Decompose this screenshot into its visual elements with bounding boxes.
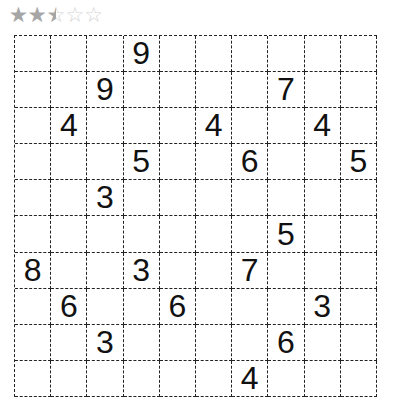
- cell-r9c4[interactable]: [124, 325, 160, 361]
- cell-r7c5[interactable]: [160, 253, 196, 289]
- cell-r2c2[interactable]: [51, 72, 87, 108]
- cell-r6c5[interactable]: [160, 216, 196, 252]
- star-icon: ☆★: [84, 3, 103, 27]
- cell-r9c3[interactable]: 3: [87, 325, 123, 361]
- cell-r6c6[interactable]: [196, 216, 232, 252]
- cell-r9c9[interactable]: [305, 325, 341, 361]
- cell-r8c5[interactable]: 6: [160, 289, 196, 325]
- cell-r6c4[interactable]: [124, 216, 160, 252]
- cell-r10c3[interactable]: [87, 361, 123, 397]
- cell-r1c5[interactable]: [160, 36, 196, 72]
- cell-r9c5[interactable]: [160, 325, 196, 361]
- star-icon: ☆★: [65, 3, 84, 27]
- cell-r10c6[interactable]: [196, 361, 232, 397]
- cell-r4c5[interactable]: [160, 144, 196, 180]
- cell-r3c9[interactable]: 4: [305, 108, 341, 144]
- cell-r10c9[interactable]: [305, 361, 341, 397]
- cell-r3c1[interactable]: [15, 108, 51, 144]
- cell-r2c3[interactable]: 9: [87, 72, 123, 108]
- cell-r2c5[interactable]: [160, 72, 196, 108]
- cell-r5c6[interactable]: [196, 180, 232, 216]
- cell-r9c7[interactable]: [232, 325, 268, 361]
- cell-r3c8[interactable]: [268, 108, 304, 144]
- cell-r4c1[interactable]: [15, 144, 51, 180]
- cell-r6c10[interactable]: [341, 216, 377, 252]
- cell-r10c1[interactable]: [15, 361, 51, 397]
- cell-r8c1[interactable]: [15, 289, 51, 325]
- cell-r9c8[interactable]: 6: [268, 325, 304, 361]
- cell-r2c9[interactable]: [305, 72, 341, 108]
- cell-r5c10[interactable]: [341, 180, 377, 216]
- cell-r5c7[interactable]: [232, 180, 268, 216]
- cell-r3c3[interactable]: [87, 108, 123, 144]
- cell-r3c2[interactable]: 4: [51, 108, 87, 144]
- cell-r8c7[interactable]: [232, 289, 268, 325]
- cell-r4c3[interactable]: [87, 144, 123, 180]
- cell-r4c6[interactable]: [196, 144, 232, 180]
- cell-r1c9[interactable]: [305, 36, 341, 72]
- cell-r7c2[interactable]: [51, 253, 87, 289]
- cell-r5c1[interactable]: [15, 180, 51, 216]
- cell-r8c10[interactable]: [341, 289, 377, 325]
- cell-r2c10[interactable]: [341, 72, 377, 108]
- cell-r6c9[interactable]: [305, 216, 341, 252]
- cell-r8c6[interactable]: [196, 289, 232, 325]
- cell-r7c3[interactable]: [87, 253, 123, 289]
- cell-r1c2[interactable]: [51, 36, 87, 72]
- cell-r6c1[interactable]: [15, 216, 51, 252]
- cell-r7c8[interactable]: [268, 253, 304, 289]
- cell-r3c4[interactable]: [124, 108, 160, 144]
- cell-r8c9[interactable]: 3: [305, 289, 341, 325]
- cell-r5c8[interactable]: [268, 180, 304, 216]
- cell-r7c4[interactable]: 3: [124, 253, 160, 289]
- cell-r1c4[interactable]: 9: [124, 36, 160, 72]
- cell-r7c6[interactable]: [196, 253, 232, 289]
- cell-r9c10[interactable]: [341, 325, 377, 361]
- cell-r9c2[interactable]: [51, 325, 87, 361]
- cell-r3c10[interactable]: [341, 108, 377, 144]
- cell-r6c7[interactable]: [232, 216, 268, 252]
- cell-r10c4[interactable]: [124, 361, 160, 397]
- cell-r9c6[interactable]: [196, 325, 232, 361]
- star-icon: ☆★: [9, 3, 28, 27]
- cell-r9c1[interactable]: [15, 325, 51, 361]
- cell-r6c2[interactable]: [51, 216, 87, 252]
- cell-r1c6[interactable]: [196, 36, 232, 72]
- cell-r5c2[interactable]: [51, 180, 87, 216]
- cell-r3c7[interactable]: [232, 108, 268, 144]
- cell-r10c7[interactable]: 4: [232, 361, 268, 397]
- cell-r1c7[interactable]: [232, 36, 268, 72]
- cell-r3c6[interactable]: 4: [196, 108, 232, 144]
- cell-r1c10[interactable]: [341, 36, 377, 72]
- cell-r7c10[interactable]: [341, 253, 377, 289]
- cell-r10c2[interactable]: [51, 361, 87, 397]
- cell-r8c8[interactable]: [268, 289, 304, 325]
- star-icon: ☆★: [28, 3, 47, 27]
- cell-r2c4[interactable]: [124, 72, 160, 108]
- cell-r7c9[interactable]: [305, 253, 341, 289]
- star-icon: ☆★: [47, 3, 66, 27]
- cell-r3c5[interactable]: [160, 108, 196, 144]
- cell-r7c7[interactable]: 7: [232, 253, 268, 289]
- cell-r5c9[interactable]: [305, 180, 341, 216]
- cell-r4c7[interactable]: 6: [232, 144, 268, 180]
- cell-r10c10[interactable]: [341, 361, 377, 397]
- cell-r4c8[interactable]: [268, 144, 304, 180]
- cell-r5c5[interactable]: [160, 180, 196, 216]
- cell-r2c8[interactable]: 7: [268, 72, 304, 108]
- cell-r10c5[interactable]: [160, 361, 196, 397]
- puzzle-board: 99744456535837663364: [14, 35, 377, 397]
- cell-r5c3[interactable]: 3: [87, 180, 123, 216]
- cell-r2c1[interactable]: [15, 72, 51, 108]
- cell-r8c4[interactable]: [124, 289, 160, 325]
- cell-r6c8[interactable]: 5: [268, 216, 304, 252]
- cell-r4c9[interactable]: [305, 144, 341, 180]
- cell-r8c2[interactable]: 6: [51, 289, 87, 325]
- difficulty-stars: ☆★☆★☆★☆★☆★: [9, 3, 103, 27]
- cell-r4c2[interactable]: [51, 144, 87, 180]
- cell-r6c3[interactable]: [87, 216, 123, 252]
- cell-r4c4[interactable]: 5: [124, 144, 160, 180]
- cell-r2c7[interactable]: [232, 72, 268, 108]
- cell-r4c10[interactable]: 5: [341, 144, 377, 180]
- cell-r1c8[interactable]: [268, 36, 304, 72]
- cell-r2c6[interactable]: [196, 72, 232, 108]
- cell-r10c8[interactable]: [268, 361, 304, 397]
- cell-r5c4[interactable]: [124, 180, 160, 216]
- cell-r8c3[interactable]: [87, 289, 123, 325]
- cell-r1c1[interactable]: [15, 36, 51, 72]
- cell-r1c3[interactable]: [87, 36, 123, 72]
- cell-r7c1[interactable]: 8: [15, 253, 51, 289]
